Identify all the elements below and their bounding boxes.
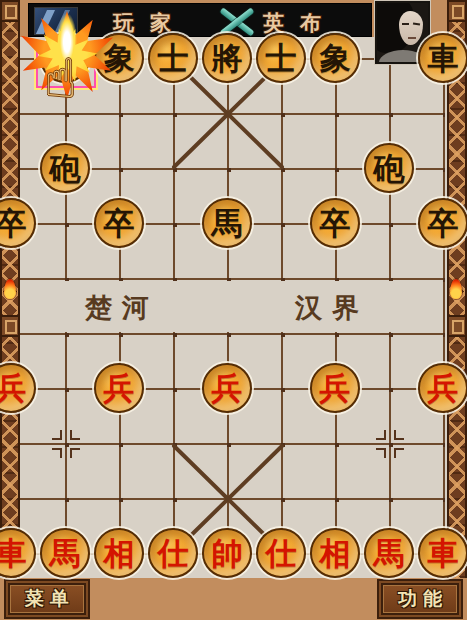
xiangqi-game-screen: { "game": "xiangqi", "position": { "fen"…: [0, 0, 467, 620]
function-button[interactable]: 功能: [381, 583, 459, 615]
piece-black-車[interactable]: 車: [40, 33, 90, 83]
piece-red-馬[interactable]: 馬: [364, 528, 414, 578]
menu-button[interactable]: 菜单: [8, 583, 86, 615]
piece-red-兵[interactable]: 兵: [310, 363, 360, 413]
piece-black-將[interactable]: 將: [202, 33, 252, 83]
piece-red-仕[interactable]: 仕: [256, 528, 306, 578]
piece-black-士[interactable]: 士: [148, 33, 198, 83]
corner-scroll-icon: [447, 0, 467, 22]
piece-black-象[interactable]: 象: [310, 33, 360, 83]
piece-red-仕[interactable]: 仕: [148, 528, 198, 578]
piece-black-馬[interactable]: 馬: [202, 198, 252, 248]
softkey-bar: 菜单 功能: [0, 578, 467, 620]
crossed-swords-icon: [215, 8, 259, 36]
piece-black-砲[interactable]: 砲: [40, 143, 90, 193]
piece-black-砲[interactable]: 砲: [364, 143, 414, 193]
piece-black-卒[interactable]: 卒: [418, 198, 467, 248]
piece-red-車[interactable]: 車: [418, 528, 467, 578]
piece-red-兵[interactable]: 兵: [202, 363, 252, 413]
scroll-ornament-icon: [0, 315, 20, 337]
piece-black-卒[interactable]: 卒: [310, 198, 360, 248]
piece-black-士[interactable]: 士: [256, 33, 306, 83]
piece-red-相[interactable]: 相: [310, 528, 360, 578]
piece-red-兵[interactable]: 兵: [94, 363, 144, 413]
piece-red-相[interactable]: 相: [94, 528, 144, 578]
flame-icon: [450, 279, 462, 299]
piece-black-車[interactable]: 車: [418, 33, 467, 83]
piece-red-兵[interactable]: 兵: [418, 363, 467, 413]
piece-red-帥[interactable]: 帥: [202, 528, 252, 578]
piece-black-卒[interactable]: 卒: [94, 198, 144, 248]
player-avatar: [34, 7, 78, 35]
corner-scroll-icon: [0, 0, 20, 22]
palace-and-markers: [11, 58, 445, 555]
flame-icon: [4, 279, 16, 299]
match-header-bar: 玩家 英布: [28, 3, 372, 37]
piece-black-象[interactable]: 象: [94, 33, 144, 83]
scroll-ornament-icon: [447, 315, 467, 337]
piece-red-馬[interactable]: 馬: [40, 528, 90, 578]
